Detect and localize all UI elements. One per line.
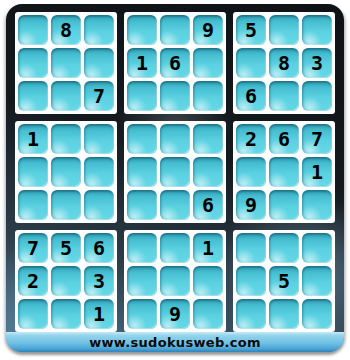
box-1: 87 [15, 12, 117, 114]
cell-r1c3[interactable] [84, 15, 114, 45]
cell-r9c8[interactable] [269, 299, 299, 329]
cell-r7c5[interactable] [160, 233, 190, 263]
box-6: 26719 [233, 121, 335, 223]
cell-r1c6[interactable]: 9 [193, 15, 223, 45]
box-9: 5 [233, 230, 335, 332]
cell-r7c8[interactable] [269, 233, 299, 263]
cell-r8c9[interactable] [302, 266, 332, 296]
cell-r5c2[interactable] [51, 157, 81, 187]
cell-r9c5[interactable]: 9 [160, 299, 190, 329]
website-url: www.sudokusweb.com [89, 335, 261, 350]
cell-r9c7[interactable] [236, 299, 266, 329]
cell-r5c7[interactable] [236, 157, 266, 187]
cell-r1c8[interactable] [269, 15, 299, 45]
cell-r5c8[interactable] [269, 157, 299, 187]
cell-r2c5[interactable]: 6 [160, 48, 190, 78]
cell-r4c3[interactable] [84, 124, 114, 154]
cell-r5c9[interactable]: 1 [302, 157, 332, 187]
cell-r7c3[interactable]: 6 [84, 233, 114, 263]
cell-r8c6[interactable] [193, 266, 223, 296]
cell-r5c3[interactable] [84, 157, 114, 187]
cell-r7c1[interactable]: 7 [18, 233, 48, 263]
cell-r6c9[interactable] [302, 190, 332, 220]
cell-r9c6[interactable] [193, 299, 223, 329]
cell-r6c3[interactable] [84, 190, 114, 220]
cell-r8c4[interactable] [127, 266, 157, 296]
cell-r5c6[interactable] [193, 157, 223, 187]
cell-r3c6[interactable] [193, 81, 223, 111]
cell-r4c1[interactable]: 1 [18, 124, 48, 154]
cell-r8c7[interactable] [236, 266, 266, 296]
cell-r6c6[interactable]: 6 [193, 190, 223, 220]
cell-r1c9[interactable] [302, 15, 332, 45]
cell-r4c6[interactable] [193, 124, 223, 154]
sudoku-board: 8791658361626719756231195 www.sudokusweb… [6, 4, 344, 352]
cell-r2c6[interactable] [193, 48, 223, 78]
cell-r6c7[interactable]: 9 [236, 190, 266, 220]
cell-r6c1[interactable] [18, 190, 48, 220]
cell-r9c1[interactable] [18, 299, 48, 329]
cell-r8c3[interactable]: 3 [84, 266, 114, 296]
cell-r2c7[interactable] [236, 48, 266, 78]
cell-r4c9[interactable]: 7 [302, 124, 332, 154]
cell-r6c8[interactable] [269, 190, 299, 220]
cell-r1c5[interactable] [160, 15, 190, 45]
cell-r9c4[interactable] [127, 299, 157, 329]
cell-r6c4[interactable] [127, 190, 157, 220]
cell-r4c8[interactable]: 6 [269, 124, 299, 154]
cell-r8c1[interactable]: 2 [18, 266, 48, 296]
box-3: 5836 [233, 12, 335, 114]
footer-bar: www.sudokusweb.com [6, 332, 344, 352]
cell-r2c8[interactable]: 8 [269, 48, 299, 78]
cell-r3c9[interactable] [302, 81, 332, 111]
cell-r3c2[interactable] [51, 81, 81, 111]
cell-r7c7[interactable] [236, 233, 266, 263]
cell-r3c4[interactable] [127, 81, 157, 111]
cell-r7c9[interactable] [302, 233, 332, 263]
cell-r5c1[interactable] [18, 157, 48, 187]
box-4: 1 [15, 121, 117, 223]
cell-r3c8[interactable] [269, 81, 299, 111]
cell-r9c2[interactable] [51, 299, 81, 329]
cell-r1c7[interactable]: 5 [236, 15, 266, 45]
cell-r2c1[interactable] [18, 48, 48, 78]
cell-r4c2[interactable] [51, 124, 81, 154]
box-8: 19 [124, 230, 226, 332]
cell-r3c7[interactable]: 6 [236, 81, 266, 111]
cell-r9c3[interactable]: 1 [84, 299, 114, 329]
cell-r1c4[interactable] [127, 15, 157, 45]
cell-r6c5[interactable] [160, 190, 190, 220]
cell-r7c4[interactable] [127, 233, 157, 263]
cell-r8c2[interactable] [51, 266, 81, 296]
cell-r5c5[interactable] [160, 157, 190, 187]
cell-r2c2[interactable] [51, 48, 81, 78]
cell-r5c4[interactable] [127, 157, 157, 187]
cell-r2c9[interactable]: 3 [302, 48, 332, 78]
cell-r7c2[interactable]: 5 [51, 233, 81, 263]
cell-r6c2[interactable] [51, 190, 81, 220]
cell-r3c5[interactable] [160, 81, 190, 111]
cell-r2c3[interactable] [84, 48, 114, 78]
cell-r8c8[interactable]: 5 [269, 266, 299, 296]
cell-r7c6[interactable]: 1 [193, 233, 223, 263]
cell-r3c1[interactable] [18, 81, 48, 111]
box-5: 6 [124, 121, 226, 223]
cell-r8c5[interactable] [160, 266, 190, 296]
cell-r4c7[interactable]: 2 [236, 124, 266, 154]
cell-r9c9[interactable] [302, 299, 332, 329]
cell-r1c2[interactable]: 8 [51, 15, 81, 45]
cell-r3c3[interactable]: 7 [84, 81, 114, 111]
cell-r4c5[interactable] [160, 124, 190, 154]
cell-r4c4[interactable] [127, 124, 157, 154]
cell-r2c4[interactable]: 1 [127, 48, 157, 78]
cell-r1c1[interactable] [18, 15, 48, 45]
box-7: 756231 [15, 230, 117, 332]
sudoku-grid: 8791658361626719756231195 [15, 12, 335, 332]
box-2: 916 [124, 12, 226, 114]
